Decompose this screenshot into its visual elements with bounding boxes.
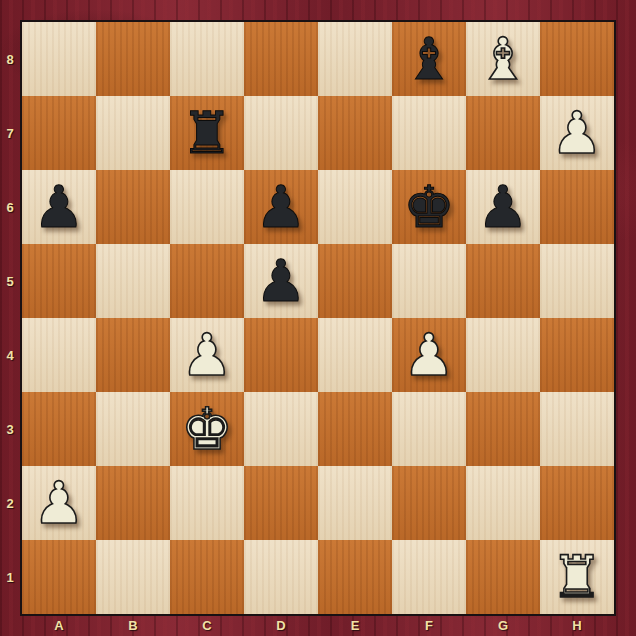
square-e1[interactable] — [318, 540, 392, 614]
square-g5[interactable] — [466, 244, 540, 318]
square-e5[interactable] — [318, 244, 392, 318]
piece-white-pawn[interactable]: ♟ — [392, 318, 466, 392]
square-g6[interactable]: ♟ — [466, 170, 540, 244]
square-c7[interactable]: ♜ — [170, 96, 244, 170]
file-label-a: A — [22, 614, 96, 636]
file-label-f: F — [392, 614, 466, 636]
square-c2[interactable] — [170, 466, 244, 540]
piece-white-rook[interactable]: ♜ — [540, 540, 614, 614]
square-b6[interactable] — [96, 170, 170, 244]
square-e6[interactable] — [318, 170, 392, 244]
square-a4[interactable] — [22, 318, 96, 392]
square-a7[interactable] — [22, 96, 96, 170]
square-f5[interactable] — [392, 244, 466, 318]
square-h1[interactable]: ♜ — [540, 540, 614, 614]
rank-label-1: 1 — [0, 540, 20, 614]
square-e7[interactable] — [318, 96, 392, 170]
square-h3[interactable] — [540, 392, 614, 466]
piece-white-bishop[interactable]: ♝ — [466, 22, 540, 96]
file-label-d: D — [244, 614, 318, 636]
chess-board: ♝♝♜♟♟♟♚♟♟♟♟♚♟♜ — [20, 20, 616, 616]
square-a1[interactable] — [22, 540, 96, 614]
square-f2[interactable] — [392, 466, 466, 540]
piece-black-bishop[interactable]: ♝ — [392, 22, 466, 96]
piece-black-pawn[interactable]: ♟ — [466, 170, 540, 244]
square-g7[interactable] — [466, 96, 540, 170]
square-a5[interactable] — [22, 244, 96, 318]
square-h2[interactable] — [540, 466, 614, 540]
square-h6[interactable] — [540, 170, 614, 244]
square-c4[interactable]: ♟ — [170, 318, 244, 392]
rank-label-8: 8 — [0, 22, 20, 96]
square-d6[interactable]: ♟ — [244, 170, 318, 244]
square-e3[interactable] — [318, 392, 392, 466]
square-c5[interactable] — [170, 244, 244, 318]
piece-white-king[interactable]: ♚ — [170, 392, 244, 466]
rank-label-4: 4 — [0, 318, 20, 392]
square-h7[interactable]: ♟ — [540, 96, 614, 170]
square-g4[interactable] — [466, 318, 540, 392]
square-b3[interactable] — [96, 392, 170, 466]
file-label-c: C — [170, 614, 244, 636]
square-a2[interactable]: ♟ — [22, 466, 96, 540]
square-g8[interactable]: ♝ — [466, 22, 540, 96]
square-c6[interactable] — [170, 170, 244, 244]
square-b2[interactable] — [96, 466, 170, 540]
piece-black-pawn[interactable]: ♟ — [22, 170, 96, 244]
rank-label-5: 5 — [0, 244, 20, 318]
square-c3[interactable]: ♚ — [170, 392, 244, 466]
square-f6[interactable]: ♚ — [392, 170, 466, 244]
square-h5[interactable] — [540, 244, 614, 318]
square-g1[interactable] — [466, 540, 540, 614]
piece-white-pawn[interactable]: ♟ — [22, 466, 96, 540]
piece-black-rook[interactable]: ♜ — [170, 96, 244, 170]
square-d7[interactable] — [244, 96, 318, 170]
square-h4[interactable] — [540, 318, 614, 392]
square-e2[interactable] — [318, 466, 392, 540]
square-d1[interactable] — [244, 540, 318, 614]
square-b5[interactable] — [96, 244, 170, 318]
square-d5[interactable]: ♟ — [244, 244, 318, 318]
square-d3[interactable] — [244, 392, 318, 466]
square-a3[interactable] — [22, 392, 96, 466]
piece-black-pawn[interactable]: ♟ — [244, 244, 318, 318]
square-h8[interactable] — [540, 22, 614, 96]
square-g3[interactable] — [466, 392, 540, 466]
square-d4[interactable] — [244, 318, 318, 392]
square-a8[interactable] — [22, 22, 96, 96]
file-label-g: G — [466, 614, 540, 636]
square-f4[interactable]: ♟ — [392, 318, 466, 392]
piece-black-king[interactable]: ♚ — [392, 170, 466, 244]
rank-label-6: 6 — [0, 170, 20, 244]
file-label-h: H — [540, 614, 614, 636]
square-b7[interactable] — [96, 96, 170, 170]
square-c1[interactable] — [170, 540, 244, 614]
square-b8[interactable] — [96, 22, 170, 96]
rank-label-2: 2 — [0, 466, 20, 540]
piece-white-pawn[interactable]: ♟ — [170, 318, 244, 392]
piece-white-pawn[interactable]: ♟ — [540, 96, 614, 170]
square-c8[interactable] — [170, 22, 244, 96]
rank-label-7: 7 — [0, 96, 20, 170]
square-f1[interactable] — [392, 540, 466, 614]
square-d2[interactable] — [244, 466, 318, 540]
square-f7[interactable] — [392, 96, 466, 170]
square-e4[interactable] — [318, 318, 392, 392]
square-a6[interactable]: ♟ — [22, 170, 96, 244]
square-d8[interactable] — [244, 22, 318, 96]
square-e8[interactable] — [318, 22, 392, 96]
square-f8[interactable]: ♝ — [392, 22, 466, 96]
square-b1[interactable] — [96, 540, 170, 614]
square-b4[interactable] — [96, 318, 170, 392]
square-f3[interactable] — [392, 392, 466, 466]
file-label-b: B — [96, 614, 170, 636]
square-g2[interactable] — [466, 466, 540, 540]
file-label-e: E — [318, 614, 392, 636]
piece-black-pawn[interactable]: ♟ — [244, 170, 318, 244]
rank-label-3: 3 — [0, 392, 20, 466]
chess-app: ♝♝♜♟♟♟♚♟♟♟♟♚♟♜ 87654321 ABCDEFGH — [0, 0, 636, 636]
